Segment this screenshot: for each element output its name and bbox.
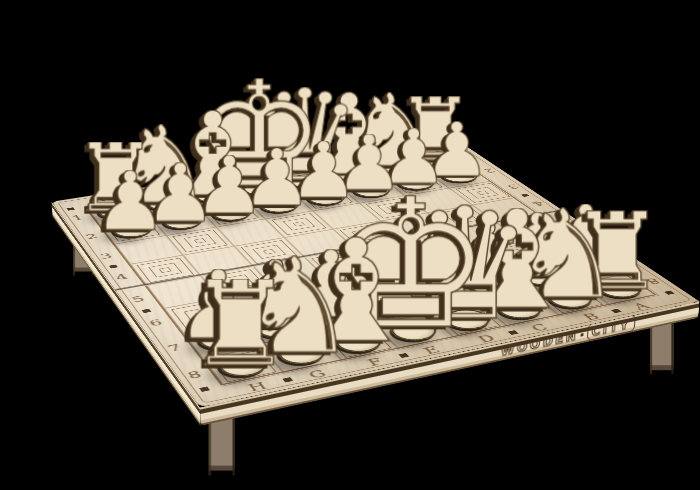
band-marker <box>398 353 409 358</box>
product-photo-scene: HGFEDCBA HGFEDCBA 12345678 12345678 WOOD… <box>0 0 700 490</box>
band-marker <box>282 377 293 382</box>
band-marker <box>508 330 519 335</box>
band-marker <box>109 265 118 269</box>
brand-dot-icon <box>580 333 583 337</box>
band-marker <box>611 309 622 313</box>
rook-glyph: ♜ <box>188 279 293 370</box>
band-marker <box>199 386 210 391</box>
chess-board-3d: HGFEDCBA HGFEDCBA 12345678 12345678 WOOD… <box>52 139 700 407</box>
